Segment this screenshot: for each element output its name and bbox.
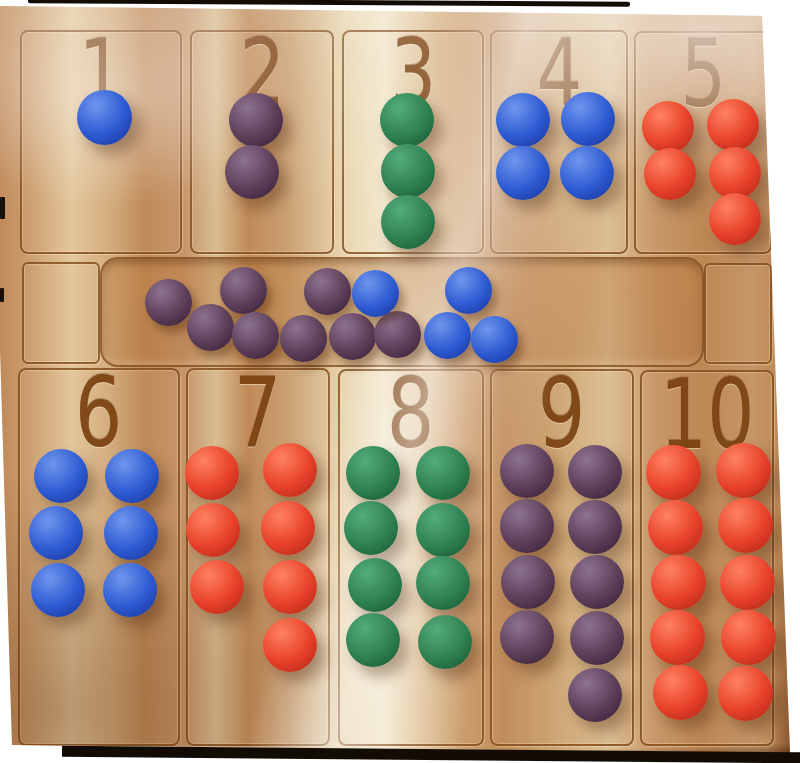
ball-red[interactable] [648, 500, 703, 555]
ball-red[interactable] [716, 443, 771, 498]
ball-purple[interactable] [568, 668, 622, 722]
ball-purple[interactable] [304, 268, 351, 315]
ball-green[interactable] [381, 144, 435, 198]
ball-red[interactable] [644, 148, 696, 200]
ball-red[interactable] [709, 193, 761, 245]
ball-purple[interactable] [220, 267, 267, 314]
ball-purple[interactable] [500, 610, 554, 664]
ball-purple[interactable] [500, 444, 554, 498]
ball-purple[interactable] [374, 311, 421, 358]
ball-purple[interactable] [568, 500, 622, 554]
ball-purple[interactable] [229, 93, 283, 147]
ball-purple[interactable] [145, 279, 192, 326]
ball-blue[interactable] [104, 506, 158, 560]
ball-purple[interactable] [329, 313, 376, 360]
ball-blue[interactable] [496, 93, 550, 147]
ball-green[interactable] [416, 556, 470, 610]
ball-red[interactable] [185, 446, 239, 500]
ball-blue[interactable] [496, 146, 550, 200]
ball-red[interactable] [720, 555, 775, 610]
ball-green[interactable] [381, 195, 435, 249]
ball-purple[interactable] [280, 315, 327, 362]
photo-edge-artifact-left-2 [0, 288, 4, 302]
middle-right-cell [704, 263, 772, 364]
ball-green[interactable] [348, 558, 402, 612]
ball-purple[interactable] [232, 312, 279, 359]
counting-board: 1 2 3 4 5 6 7 8 9 10 [0, 0, 800, 763]
ball-blue[interactable] [560, 146, 614, 200]
ball-red[interactable] [709, 147, 761, 199]
ball-green[interactable] [380, 93, 434, 147]
ball-red[interactable] [721, 610, 776, 665]
section-cell-6: 6 [18, 368, 180, 746]
ball-red[interactable] [651, 555, 706, 610]
middle-left-cell [22, 262, 100, 364]
ball-green[interactable] [346, 613, 400, 667]
ball-purple[interactable] [225, 145, 279, 199]
ball-green[interactable] [346, 446, 400, 500]
ball-green[interactable] [416, 446, 470, 500]
ball-purple[interactable] [568, 445, 622, 499]
section-cell-7: 7 [186, 368, 330, 746]
ball-green[interactable] [416, 503, 470, 557]
ball-green[interactable] [418, 615, 472, 669]
ball-red[interactable] [261, 501, 315, 555]
ball-red[interactable] [642, 101, 694, 153]
ball-blue[interactable] [352, 270, 399, 317]
photo-edge-artifact-left-1 [0, 197, 5, 219]
ball-blue[interactable] [105, 449, 159, 503]
ball-purple[interactable] [570, 611, 624, 665]
ball-purple[interactable] [500, 499, 554, 553]
ball-blue[interactable] [31, 563, 85, 617]
ball-blue[interactable] [561, 92, 615, 146]
ball-red[interactable] [718, 498, 773, 553]
ball-red[interactable] [263, 618, 317, 672]
ball-blue[interactable] [29, 506, 83, 560]
ball-blue[interactable] [77, 90, 132, 145]
ball-purple[interactable] [570, 555, 624, 609]
ball-blue[interactable] [424, 312, 471, 359]
ball-red[interactable] [263, 443, 317, 497]
ball-red[interactable] [653, 665, 708, 720]
photo-edge-artifact-top [28, 0, 630, 7]
ball-blue[interactable] [103, 563, 157, 617]
ball-green[interactable] [344, 501, 398, 555]
ball-red[interactable] [646, 445, 701, 500]
ball-purple[interactable] [187, 304, 234, 351]
ball-red[interactable] [263, 560, 317, 614]
ball-blue[interactable] [445, 267, 492, 314]
ball-red[interactable] [718, 666, 773, 721]
ball-purple[interactable] [501, 555, 555, 609]
ball-red[interactable] [186, 503, 240, 557]
ball-red[interactable] [190, 560, 244, 614]
ball-red[interactable] [707, 99, 759, 151]
ball-blue[interactable] [34, 449, 88, 503]
ball-blue[interactable] [471, 316, 518, 363]
ball-red[interactable] [650, 610, 705, 665]
section-cell-8: 8 [338, 369, 484, 746]
section-number-6: 6 [20, 362, 178, 464]
